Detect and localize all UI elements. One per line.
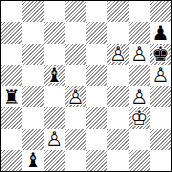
square-g4[interactable]: ♟♙ [129,86,150,107]
square-c8[interactable] [44,1,65,22]
piece-glyph: ♝ [45,65,63,85]
square-f3[interactable] [107,107,128,128]
square-g8[interactable] [129,1,150,22]
square-h3[interactable] [150,107,171,128]
piece-glyph: ♙ [66,87,84,107]
square-b5[interactable] [22,65,43,86]
piece-glyph: ♝ [24,150,42,170]
square-a2[interactable] [1,129,22,150]
square-d5[interactable] [65,65,86,86]
square-d4[interactable]: ♟♙ [65,86,86,107]
piece-glyph: ♟ [151,23,169,43]
square-c2[interactable]: ♟♙ [44,129,65,150]
square-f1[interactable] [107,150,128,171]
square-a7[interactable] [1,22,22,43]
square-b2[interactable] [22,129,43,150]
piece-white-pawn: ♟♙ [129,44,150,65]
piece-black-pawn: ♟♟ [150,22,171,43]
square-a3[interactable] [1,107,22,128]
piece-black-bishop: ♝♝ [22,150,43,171]
square-f4[interactable] [107,86,128,107]
square-c1[interactable] [44,150,65,171]
square-h1[interactable] [150,150,171,171]
square-b6[interactable] [22,44,43,65]
square-e2[interactable] [86,129,107,150]
square-d2[interactable] [65,129,86,150]
square-a8[interactable] [1,1,22,22]
piece-black-king: ♚♚ [150,44,171,65]
square-h8[interactable] [150,1,171,22]
piece-white-pawn: ♟♙ [150,65,171,86]
square-g5[interactable] [129,65,150,86]
square-h6[interactable]: ♚♚ [150,44,171,65]
square-a5[interactable] [1,65,22,86]
square-d1[interactable] [65,150,86,171]
piece-glyph: ♙ [45,129,63,149]
piece-glyph: ♙ [109,44,127,64]
square-g7[interactable] [129,22,150,43]
square-g6[interactable]: ♟♙ [129,44,150,65]
square-a6[interactable] [1,44,22,65]
square-f6[interactable]: ♟♙ [107,44,128,65]
square-c3[interactable] [44,107,65,128]
piece-black-rook: ♜♜ [1,86,22,107]
piece-white-king: ♚♔ [129,107,150,128]
square-b3[interactable] [22,107,43,128]
square-f7[interactable] [107,22,128,43]
square-h4[interactable] [150,86,171,107]
square-d6[interactable] [65,44,86,65]
square-c4[interactable] [44,86,65,107]
square-f2[interactable] [107,129,128,150]
piece-white-pawn: ♟♙ [129,86,150,107]
piece-white-pawn: ♟♙ [44,129,65,150]
chessboard: ♟♟♟♙♟♙♚♚♝♝♟♙♜♜♟♙♟♙♚♔♟♙♝♝ [0,0,172,172]
square-d8[interactable] [65,1,86,22]
square-g1[interactable] [129,150,150,171]
square-e7[interactable] [86,22,107,43]
piece-glyph: ♔ [130,108,148,128]
square-d7[interactable] [65,22,86,43]
square-a4[interactable]: ♜♜ [1,86,22,107]
piece-glyph: ♙ [130,44,148,64]
square-b1[interactable]: ♝♝ [22,150,43,171]
square-g3[interactable]: ♚♔ [129,107,150,128]
square-b4[interactable] [22,86,43,107]
piece-glyph: ♚ [151,44,169,64]
square-c7[interactable] [44,22,65,43]
piece-black-bishop: ♝♝ [44,65,65,86]
piece-glyph: ♙ [151,65,169,85]
square-c6[interactable] [44,44,65,65]
square-e8[interactable] [86,1,107,22]
square-b8[interactable] [22,1,43,22]
square-c5[interactable]: ♝♝ [44,65,65,86]
square-e4[interactable] [86,86,107,107]
square-h7[interactable]: ♟♟ [150,22,171,43]
square-h2[interactable] [150,129,171,150]
square-f5[interactable] [107,65,128,86]
square-b7[interactable] [22,22,43,43]
square-e5[interactable] [86,65,107,86]
square-e3[interactable] [86,107,107,128]
square-g2[interactable] [129,129,150,150]
square-a1[interactable] [1,150,22,171]
piece-white-pawn: ♟♙ [107,44,128,65]
square-d3[interactable] [65,107,86,128]
piece-glyph: ♜ [3,87,21,107]
square-e1[interactable] [86,150,107,171]
piece-glyph: ♙ [130,87,148,107]
square-h5[interactable]: ♟♙ [150,65,171,86]
square-e6[interactable] [86,44,107,65]
square-f8[interactable] [107,1,128,22]
piece-white-pawn: ♟♙ [65,86,86,107]
